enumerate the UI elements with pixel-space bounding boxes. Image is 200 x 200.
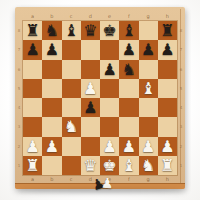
black-bishop[interactable]: ♝ xyxy=(62,21,81,40)
square-h2[interactable]: ♟ xyxy=(158,137,177,156)
captured-pieces-tray: ♟♟ xyxy=(91,173,121,199)
rank-label-left-7: 7 xyxy=(16,40,22,59)
black-king[interactable]: ♚ xyxy=(100,21,119,40)
square-g4[interactable] xyxy=(139,98,158,117)
square-f1[interactable]: ♝ xyxy=(119,156,138,175)
white-pawn[interactable]: ♟ xyxy=(158,137,177,156)
square-c8[interactable]: ♝ xyxy=(62,21,81,40)
rank-label-right-6: 6 xyxy=(178,60,184,79)
black-knight[interactable]: ♞ xyxy=(119,60,138,79)
square-d4[interactable]: ♟ xyxy=(81,98,100,117)
file-label-bottom-f: f xyxy=(119,176,138,182)
square-c7[interactable] xyxy=(62,40,81,59)
square-b4[interactable] xyxy=(42,98,61,117)
white-bishop[interactable]: ♝ xyxy=(119,156,138,175)
black-queen[interactable]: ♛ xyxy=(81,21,100,40)
rank-label-left-3: 3 xyxy=(16,117,22,136)
rank-label-right-7: 7 xyxy=(178,40,184,59)
white-rook[interactable]: ♜ xyxy=(23,156,42,175)
white-knight[interactable]: ♞ xyxy=(62,117,81,136)
square-f4[interactable] xyxy=(119,98,138,117)
square-g5[interactable]: ♝ xyxy=(139,79,158,98)
black-pawn[interactable]: ♟ xyxy=(81,98,100,117)
file-label-top-c: c xyxy=(62,13,81,19)
square-c3[interactable]: ♞ xyxy=(62,117,81,136)
file-label-top-f: f xyxy=(119,13,138,19)
board-grid: ♜♞♝♛♚♝♜♟♟♟♟♟♟♞♟♝♟♞♟♟♟♟♟♟♜♛♚♝♞♜ xyxy=(23,21,177,175)
square-h8[interactable]: ♜ xyxy=(158,21,177,40)
rank-label-right-5: 5 xyxy=(178,79,184,98)
black-pawn[interactable]: ♟ xyxy=(23,40,42,59)
white-pawn[interactable]: ♟ xyxy=(42,137,61,156)
square-a7[interactable]: ♟ xyxy=(23,40,42,59)
file-label-top-b: b xyxy=(42,13,61,19)
file-label-top-e: e xyxy=(100,13,119,19)
black-bishop[interactable]: ♝ xyxy=(119,21,138,40)
file-label-bottom-a: a xyxy=(23,176,42,182)
black-pawn[interactable]: ♟ xyxy=(139,40,158,59)
file-label-top-d: d xyxy=(81,13,100,19)
rank-label-right-4: 4 xyxy=(178,98,184,117)
file-label-bottom-h: h xyxy=(158,176,177,182)
square-d2[interactable] xyxy=(81,137,100,156)
white-knight[interactable]: ♞ xyxy=(139,156,158,175)
rank-label-left-8: 8 xyxy=(16,21,22,40)
white-pawn[interactable]: ♟ xyxy=(23,137,42,156)
black-rook[interactable]: ♜ xyxy=(158,21,177,40)
board-frame: abcdefgh abcdefgh 87654321 87654321 ♜♞♝♛… xyxy=(15,7,185,189)
square-a2[interactable]: ♟ xyxy=(23,137,42,156)
file-label-top-g: g xyxy=(139,13,158,19)
square-b5[interactable] xyxy=(42,79,61,98)
rank-label-right-8: 8 xyxy=(178,21,184,40)
file-label-bottom-g: g xyxy=(139,176,158,182)
black-pawn[interactable]: ♟ xyxy=(100,60,119,79)
square-e5[interactable] xyxy=(100,79,119,98)
rank-labels-left: 87654321 xyxy=(16,21,22,175)
square-a6[interactable] xyxy=(23,60,42,79)
square-a5[interactable] xyxy=(23,79,42,98)
rank-label-left-1: 1 xyxy=(16,156,22,175)
square-g8[interactable] xyxy=(139,21,158,40)
rank-label-right-1: 1 xyxy=(178,156,184,175)
rank-label-left-6: 6 xyxy=(16,60,22,79)
white-bishop[interactable]: ♝ xyxy=(139,79,158,98)
square-h3[interactable] xyxy=(158,117,177,136)
square-b1[interactable] xyxy=(42,156,61,175)
square-f8[interactable]: ♝ xyxy=(119,21,138,40)
square-h1[interactable]: ♜ xyxy=(158,156,177,175)
square-c2[interactable] xyxy=(62,137,81,156)
square-f3[interactable] xyxy=(119,117,138,136)
square-f7[interactable]: ♟ xyxy=(119,40,138,59)
square-h5[interactable] xyxy=(158,79,177,98)
square-d5[interactable]: ♟ xyxy=(81,79,100,98)
drop-shadow xyxy=(20,188,180,193)
square-e7[interactable] xyxy=(100,40,119,59)
square-a4[interactable] xyxy=(23,98,42,117)
file-labels-top: abcdefgh xyxy=(23,9,177,19)
white-pawn[interactable]: ♟ xyxy=(81,79,100,98)
square-g7[interactable]: ♟ xyxy=(139,40,158,59)
square-e4[interactable] xyxy=(100,98,119,117)
rank-label-right-2: 2 xyxy=(178,137,184,156)
rank-label-right-3: 3 xyxy=(178,117,184,136)
black-pawn[interactable]: ♟ xyxy=(119,40,138,59)
square-b6[interactable] xyxy=(42,60,61,79)
square-e8[interactable]: ♚ xyxy=(100,21,119,40)
square-c1[interactable] xyxy=(62,156,81,175)
square-f6[interactable]: ♞ xyxy=(119,60,138,79)
black-pawn[interactable]: ♟ xyxy=(158,40,177,59)
square-g1[interactable]: ♞ xyxy=(139,156,158,175)
square-g3[interactable] xyxy=(139,117,158,136)
square-e3[interactable] xyxy=(100,117,119,136)
square-h7[interactable]: ♟ xyxy=(158,40,177,59)
square-c6[interactable] xyxy=(62,60,81,79)
white-pawn[interactable]: ♟ xyxy=(139,137,158,156)
rank-labels-right: 87654321 xyxy=(178,21,184,175)
square-f2[interactable]: ♟ xyxy=(119,137,138,156)
square-f5[interactable] xyxy=(119,79,138,98)
square-a1[interactable]: ♜ xyxy=(23,156,42,175)
square-h4[interactable] xyxy=(158,98,177,117)
rank-label-left-2: 2 xyxy=(16,137,22,156)
square-d6[interactable] xyxy=(81,60,100,79)
square-b2[interactable]: ♟ xyxy=(42,137,61,156)
square-c5[interactable] xyxy=(62,79,81,98)
file-label-bottom-b: b xyxy=(42,176,61,182)
product-photo-background: abcdefgh abcdefgh 87654321 87654321 ♜♞♝♛… xyxy=(0,0,200,200)
square-a8[interactable]: ♜ xyxy=(23,21,42,40)
square-d8[interactable]: ♛ xyxy=(81,21,100,40)
square-e6[interactable]: ♟ xyxy=(100,60,119,79)
black-rook[interactable]: ♜ xyxy=(23,21,42,40)
square-b3[interactable] xyxy=(42,117,61,136)
square-d7[interactable] xyxy=(81,40,100,59)
rank-label-left-5: 5 xyxy=(16,79,22,98)
black-pawn[interactable]: ♟ xyxy=(42,40,61,59)
square-h6[interactable] xyxy=(158,60,177,79)
square-c4[interactable] xyxy=(62,98,81,117)
file-label-top-a: a xyxy=(23,13,42,19)
white-rook[interactable]: ♜ xyxy=(158,156,177,175)
rank-label-left-4: 4 xyxy=(16,98,22,117)
white-pawn[interactable]: ♟ xyxy=(119,137,138,156)
square-a3[interactable] xyxy=(23,117,42,136)
square-e2[interactable]: ♟ xyxy=(100,137,119,156)
square-g2[interactable]: ♟ xyxy=(139,137,158,156)
black-knight[interactable]: ♞ xyxy=(42,21,61,40)
frame-bevel-line xyxy=(180,9,181,187)
file-label-bottom-c: c xyxy=(62,176,81,182)
square-g6[interactable] xyxy=(139,60,158,79)
square-b8[interactable]: ♞ xyxy=(42,21,61,40)
file-label-top-h: h xyxy=(158,13,177,19)
square-d3[interactable] xyxy=(81,117,100,136)
white-pawn[interactable]: ♟ xyxy=(100,137,119,156)
square-b7[interactable]: ♟ xyxy=(42,40,61,59)
